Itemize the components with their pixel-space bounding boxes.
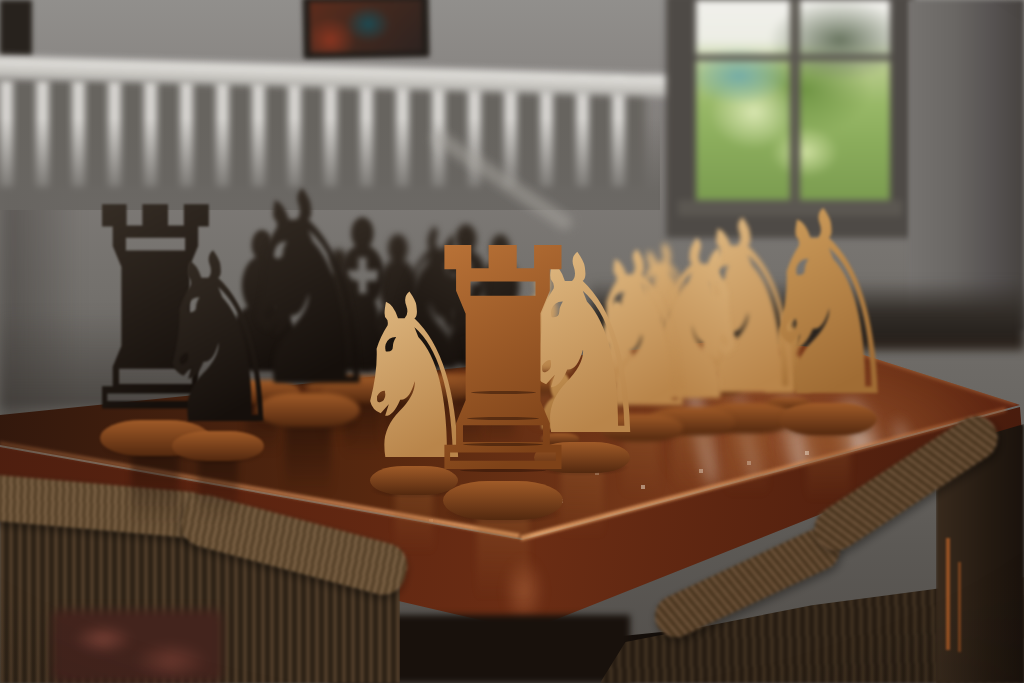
piece-glyph: ♞ [569, 224, 714, 438]
piece-wood-base [362, 377, 435, 401]
piece-white-knight: ♞ [646, 243, 849, 430]
rook-groove-ring [460, 469, 546, 472]
piece-glyph: ♞ [364, 204, 495, 398]
piece-glyph: ♞ [337, 265, 491, 492]
piece-reflection [561, 466, 603, 537]
piece-white-pawn: ♟ [671, 298, 773, 392]
piece-contact-shadow [294, 386, 381, 403]
piece-contact-shadow [517, 455, 647, 480]
piece-wood-base [172, 431, 263, 461]
piece-glyph: ♞ [612, 224, 725, 390]
piece-white-knight: ♞ [551, 271, 732, 438]
piece-reflection [382, 395, 414, 449]
piece-black-knight: ♞ [119, 276, 317, 458]
piece-reflection [712, 390, 732, 425]
piece-black-knight: ♞ [195, 216, 421, 424]
piece-wood-base [599, 414, 682, 441]
piece-wood-base [766, 397, 810, 411]
piece-contact-shadow [349, 387, 447, 406]
piece-white-rook: ♜ [373, 277, 633, 516]
piece-wood-base [534, 442, 630, 473]
rook-groove-ring [463, 443, 544, 446]
piece-glyph: ♞ [498, 223, 665, 470]
piece-reflection [131, 447, 178, 528]
piece-black-rook: ♜ [37, 234, 274, 452]
piece-glyph: ♟ [282, 230, 395, 396]
piece-reflection [477, 511, 529, 599]
piece-wood-base [700, 403, 793, 433]
piece-contact-shadow [758, 403, 818, 415]
piece-contact-shadow [453, 383, 548, 401]
piece-white-knight: ♞ [599, 261, 785, 432]
piece-reflection [450, 393, 483, 449]
piece-glyph: ♜ [60, 172, 250, 452]
piece-wood-base [306, 377, 371, 398]
piece-glyph: ♟ [498, 259, 588, 392]
piece-reflection [807, 428, 850, 501]
piece-wood-base [595, 389, 639, 403]
piece-glyph: ♜ [399, 209, 607, 516]
rook-groove-ring [467, 417, 540, 420]
piece-glyph: ♝ [292, 194, 432, 400]
piece-reflection [654, 387, 682, 435]
piece-glyph: ♟ [750, 297, 827, 410]
piece-contact-shadow [82, 435, 229, 463]
piece-contact-shadow [508, 384, 578, 398]
piece-glyph: ♟ [681, 272, 763, 392]
piece-reflection [778, 408, 797, 441]
piece-reflection [485, 391, 516, 443]
piece-wood-base [465, 373, 535, 396]
piece-reflection [673, 428, 710, 491]
piece-reflection [607, 400, 626, 433]
piece-reflection [324, 393, 352, 441]
piece-wood-base [699, 378, 746, 393]
piece-wood-base [517, 377, 569, 394]
piece-glyph: ♞ [666, 190, 828, 430]
piece-reflection [246, 399, 279, 455]
piece-wood-base [100, 420, 209, 456]
piece-wood-base [428, 374, 503, 399]
piece-reflection [532, 390, 555, 428]
piece-contact-shadow [585, 425, 697, 447]
piece-white-pawn: ♟ [569, 314, 665, 402]
piece-contact-shadow [354, 479, 473, 502]
piece-contact-shadow [587, 395, 647, 407]
piece-reflection [345, 397, 380, 457]
piece-black-pawn: ♟ [180, 251, 344, 402]
piece-black-knight: ♞ [348, 247, 512, 398]
piece-black-bishop: ♝ [275, 239, 450, 400]
piece-wood-base [636, 371, 701, 392]
piece-reflection [414, 395, 447, 451]
piece-contact-shadow [761, 417, 894, 443]
rook-groove-ring [471, 391, 536, 394]
piece-black-pawn: ♟ [424, 253, 577, 394]
piece-reflection [552, 442, 568, 470]
piece-wood-base [370, 466, 458, 495]
piece-contact-shadow [690, 385, 753, 397]
piece-contact-shadow [308, 388, 417, 409]
chess-pieces-layer: ♜♞♞♟♟♝♟♞♝♟♟♟♞♟♞♞♞♟♞♞♜♞♟ [0, 0, 1024, 683]
piece-glyph: ♟ [579, 289, 656, 402]
piece-white-pawn: ♟ [740, 322, 836, 410]
piece-contact-shadow [684, 416, 810, 440]
piece-reflection [727, 426, 768, 495]
piece-glyph: ♟ [439, 213, 561, 394]
piece-wood-base [392, 376, 467, 401]
piece-wood-base [541, 433, 578, 445]
piece-contact-shadow [535, 438, 585, 448]
piece-black-pawn: ♟ [319, 253, 477, 398]
piece-contact-shadow [211, 391, 313, 411]
piece-wood-base [256, 393, 360, 427]
piece-contact-shadow [634, 419, 749, 441]
piece-wood-base [322, 376, 403, 402]
piece-white-knight: ♞ [478, 278, 687, 470]
piece-contact-shadow [422, 498, 583, 529]
piece-glyph: ♟ [196, 208, 327, 402]
piece-glyph: ♞ [218, 157, 399, 424]
piece-black-bishop: ♝ [384, 245, 548, 396]
piece-white-knight: ♞ [721, 234, 936, 432]
piece-reflection [285, 419, 330, 496]
piece-white-knight: ♞ [318, 315, 510, 492]
piece-glyph: ♟ [335, 212, 461, 398]
piece-contact-shadow [379, 387, 481, 407]
piece-wood-base [649, 407, 735, 435]
piece-wood-base [779, 403, 878, 435]
piece-contact-shadow [157, 444, 280, 468]
piece-wood-base [224, 380, 299, 405]
piece-white-knight: ♞ [598, 260, 739, 390]
piece-contact-shadow [415, 385, 517, 405]
piece-wood-base [443, 481, 563, 520]
piece-reflection [198, 454, 238, 521]
piece-contact-shadow [624, 380, 711, 397]
piece-glyph: ♝ [400, 202, 531, 396]
piece-glyph: ♟ [528, 348, 593, 444]
piece-reflection [623, 434, 659, 496]
piece-glyph: ♞ [618, 213, 767, 432]
piece-white-pawn: ♟ [487, 288, 600, 392]
piece-glyph: ♞ [139, 224, 297, 458]
piece-black-pawn: ♟ [268, 266, 409, 396]
piece-white-pawn: ♟ [520, 369, 601, 444]
piece-reflection [395, 488, 433, 553]
piece-contact-shadow [238, 408, 378, 435]
piece-glyph: ♞ [742, 178, 914, 432]
photo-chess-scene: ♜♞♞♟♟♝♟♞♝♟♟♟♞♟♞♞♞♟♞♞♜♞♟ [0, 0, 1024, 683]
